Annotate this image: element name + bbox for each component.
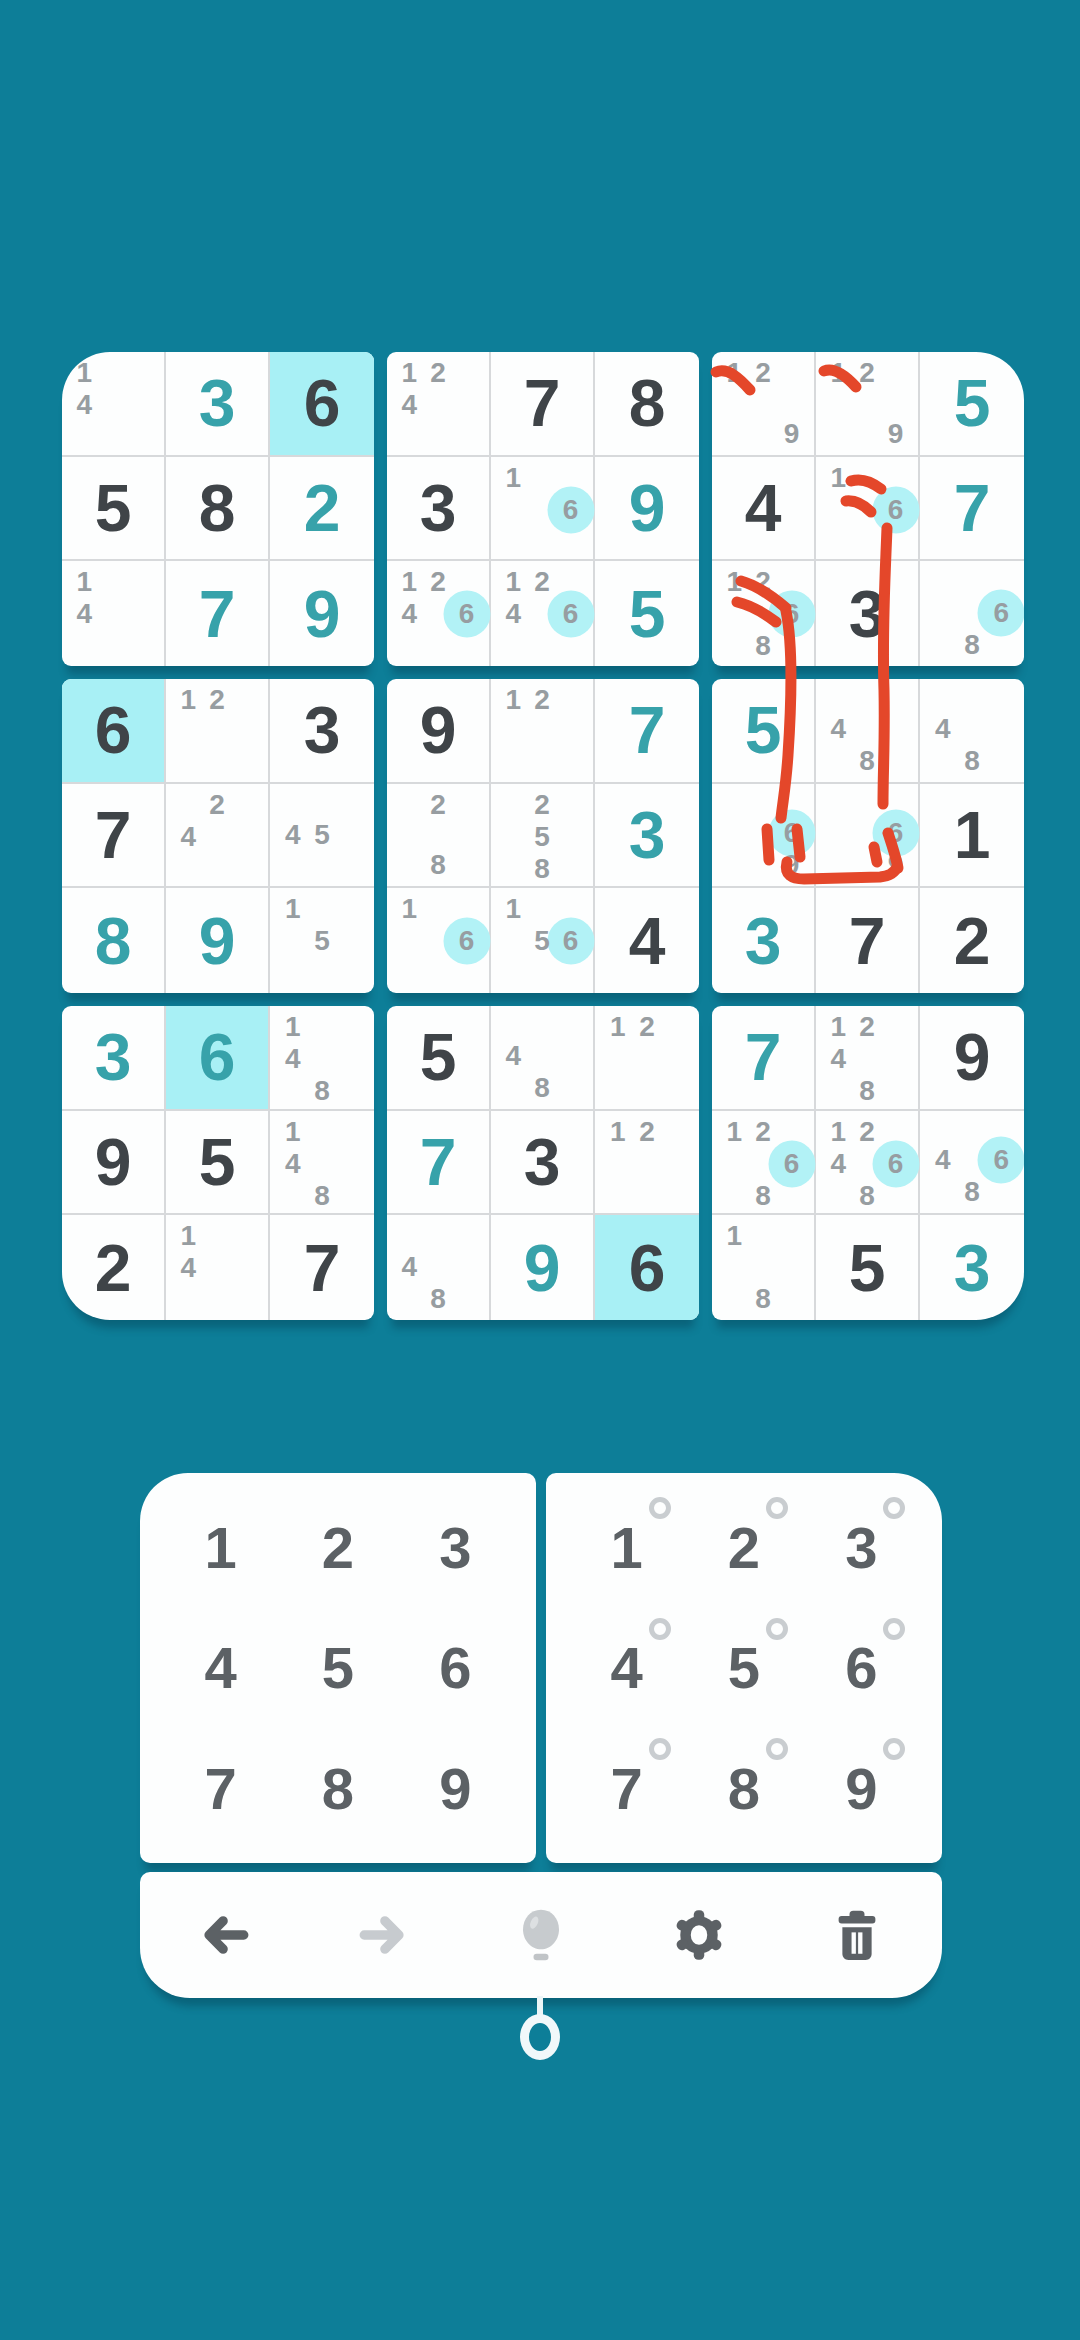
pad-digit-label: 7 bbox=[205, 1755, 237, 1822]
pencil-4: 4 bbox=[824, 713, 853, 745]
cell-r8c5[interactable]: 3 bbox=[491, 1111, 595, 1216]
digit-2-button[interactable]: 2 bbox=[279, 1487, 396, 1608]
cell-r2c4[interactable]: 3 bbox=[387, 457, 491, 562]
pencil-1: 1 bbox=[720, 566, 749, 598]
given-digit: 8 bbox=[199, 475, 236, 541]
cell-r8c6[interactable]: 12 bbox=[595, 1111, 699, 1216]
pencil-marks: 129 bbox=[824, 357, 910, 450]
undo-button[interactable] bbox=[192, 1902, 258, 1968]
cell-r2c9[interactable]: 7 bbox=[920, 457, 1024, 562]
cell-r4c3[interactable]: 3 bbox=[270, 679, 374, 784]
cell-r3c5[interactable]: 1246 bbox=[491, 561, 595, 666]
user-digit: 9 bbox=[304, 581, 341, 647]
given-digit: 4 bbox=[629, 908, 666, 974]
user-digit: 5 bbox=[745, 697, 782, 763]
pencil-1: 1 bbox=[499, 566, 528, 598]
pencil-6-highlighted: 6 bbox=[556, 598, 585, 630]
pencil-1: 1 bbox=[824, 1011, 853, 1043]
user-digit: 5 bbox=[954, 370, 991, 436]
given-digit: 6 bbox=[95, 697, 132, 763]
given-digit: 3 bbox=[420, 475, 457, 541]
pencil-marks: 15 bbox=[278, 893, 366, 988]
pencil-1: 1 bbox=[720, 357, 749, 389]
box-8: 5481273124896 bbox=[387, 1006, 699, 1320]
pad-digit-label: 5 bbox=[322, 1634, 354, 1701]
cell-r9c7[interactable]: 18 bbox=[712, 1215, 816, 1320]
pencil-6-highlighted: 6 bbox=[452, 925, 481, 957]
user-digit: 9 bbox=[524, 1235, 561, 1301]
pencil-4: 4 bbox=[278, 1148, 307, 1180]
cell-r1c2[interactable]: 3 bbox=[166, 352, 270, 457]
cell-r2c3[interactable]: 2 bbox=[270, 457, 374, 562]
given-digit: 9 bbox=[420, 697, 457, 763]
pencil-marks: 14 bbox=[70, 566, 156, 661]
digit-6-button[interactable]: 6 bbox=[397, 1608, 514, 1729]
pencil-1: 1 bbox=[278, 1116, 307, 1148]
cell-r7c8[interactable]: 1248 bbox=[816, 1006, 920, 1111]
cell-r5c2[interactable]: 24 bbox=[166, 784, 270, 889]
pad-digit-label: 1 bbox=[205, 1514, 237, 1581]
cell-r3c3[interactable]: 9 bbox=[270, 561, 374, 666]
user-digit: 3 bbox=[954, 1235, 991, 1301]
pencil-8: 8 bbox=[749, 1283, 778, 1315]
given-digit: 4 bbox=[745, 475, 782, 541]
cell-r4c8[interactable]: 48 bbox=[816, 679, 920, 784]
note-8-button[interactable]: 8 bbox=[685, 1728, 802, 1849]
pencil-6-highlighted: 6 bbox=[452, 598, 481, 630]
pencil-2: 2 bbox=[424, 357, 453, 389]
note-3-button[interactable]: 3 bbox=[803, 1487, 920, 1608]
pencil-marks: 48 bbox=[824, 684, 910, 777]
hint-button[interactable] bbox=[508, 1902, 574, 1968]
cell-r2c2[interactable]: 8 bbox=[166, 457, 270, 562]
cell-r9c6[interactable]: 6 bbox=[595, 1215, 699, 1320]
pencil-8: 8 bbox=[957, 1176, 986, 1208]
note-6-button[interactable]: 6 bbox=[803, 1608, 920, 1729]
pencil-8: 8 bbox=[749, 1180, 778, 1212]
cell-r8c3[interactable]: 148 bbox=[270, 1111, 374, 1216]
pencil-marks: 1246 bbox=[499, 566, 585, 661]
pencil-2: 2 bbox=[528, 789, 557, 821]
user-digit: 3 bbox=[199, 370, 236, 436]
pencil-marks: 129 bbox=[720, 357, 806, 450]
pencil-marks: 28 bbox=[395, 789, 481, 882]
pad-digit-label: 9 bbox=[439, 1755, 471, 1822]
given-digit: 1 bbox=[954, 802, 991, 868]
given-digit: 6 bbox=[629, 1235, 666, 1301]
cell-r4c5[interactable]: 12 bbox=[491, 679, 595, 784]
pencil-4: 4 bbox=[928, 713, 957, 745]
pencil-marks: 1246 bbox=[395, 566, 481, 661]
pad-digit-label: 1 bbox=[611, 1514, 643, 1581]
pencil-marks: 16 bbox=[499, 462, 585, 555]
pencil-4: 4 bbox=[928, 1144, 957, 1176]
pencil-4: 4 bbox=[395, 598, 424, 630]
pad-digit-label: 8 bbox=[728, 1755, 760, 1822]
pencil-6-highlighted: 6 bbox=[777, 1148, 806, 1180]
given-digit: 3 bbox=[304, 697, 341, 763]
given-digit: 6 bbox=[304, 370, 341, 436]
box-9: 7124891268124684681853 bbox=[712, 1006, 1024, 1320]
pencil-marks: 16 bbox=[824, 462, 910, 555]
given-digit: 2 bbox=[954, 908, 991, 974]
cell-r5c3[interactable]: 45 bbox=[270, 784, 374, 889]
pencil-1: 1 bbox=[174, 1220, 203, 1252]
note-ring-icon bbox=[883, 1738, 905, 1760]
box-5: 9127282583161564 bbox=[387, 679, 699, 993]
pencil-marks: 14 bbox=[70, 357, 156, 450]
pencil-9: 9 bbox=[881, 849, 910, 881]
user-digit: 3 bbox=[95, 1024, 132, 1090]
pencil-8: 8 bbox=[307, 1180, 336, 1212]
box-4: 6123724458915 bbox=[62, 679, 374, 993]
cell-r3c7[interactable]: 1268 bbox=[712, 561, 816, 666]
note-ring-icon bbox=[649, 1497, 671, 1519]
pencil-4: 4 bbox=[824, 1043, 853, 1075]
cell-r6c5[interactable]: 156 bbox=[491, 888, 595, 993]
cell-r5c5[interactable]: 258 bbox=[491, 784, 595, 889]
cell-r9c5[interactable]: 9 bbox=[491, 1215, 595, 1320]
pencil-marks: 156 bbox=[499, 893, 585, 988]
given-digit: 8 bbox=[629, 370, 666, 436]
pencil-2: 2 bbox=[424, 789, 453, 821]
cell-r6c7[interactable]: 3 bbox=[712, 888, 816, 993]
pencil-9: 9 bbox=[881, 418, 910, 450]
pencil-2: 2 bbox=[528, 684, 557, 716]
pencil-6-highlighted: 6 bbox=[777, 598, 806, 630]
pencil-6-highlighted: 6 bbox=[556, 925, 585, 957]
cell-r6c2[interactable]: 9 bbox=[166, 888, 270, 993]
pad-digit-label: 4 bbox=[611, 1634, 643, 1701]
cell-r2c7[interactable]: 4 bbox=[712, 457, 816, 562]
pencil-marks: 48 bbox=[928, 684, 1016, 777]
cell-r5c4[interactable]: 28 bbox=[387, 784, 491, 889]
user-digit: 9 bbox=[199, 908, 236, 974]
pad-digit-label: 3 bbox=[439, 1514, 471, 1581]
pencil-2: 2 bbox=[853, 357, 882, 389]
given-digit: 7 bbox=[524, 370, 561, 436]
cell-r8c8[interactable]: 12468 bbox=[816, 1111, 920, 1216]
pencil-2: 2 bbox=[424, 566, 453, 598]
cell-r5c8[interactable]: 69 bbox=[816, 784, 920, 889]
pencil-marks: 45 bbox=[278, 789, 366, 882]
note-ring-icon bbox=[766, 1497, 788, 1519]
cell-r1c5[interactable]: 7 bbox=[491, 352, 595, 457]
user-digit: 7 bbox=[954, 475, 991, 541]
digit-5-button[interactable]: 5 bbox=[279, 1608, 396, 1729]
note-ring-icon bbox=[649, 1738, 671, 1760]
sudoku-app-screen: 1436582147912478316912461246512912954167… bbox=[0, 0, 1080, 2340]
cell-r2c8[interactable]: 16 bbox=[816, 457, 920, 562]
pencil-9: 9 bbox=[777, 849, 806, 881]
given-digit: 7 bbox=[95, 802, 132, 868]
digit-9-button[interactable]: 9 bbox=[397, 1728, 514, 1849]
pencil-4: 4 bbox=[278, 819, 307, 851]
pencil-marks: 1268 bbox=[720, 1116, 806, 1209]
pencil-6-highlighted: 6 bbox=[556, 494, 585, 526]
cell-r1c8[interactable]: 129 bbox=[816, 352, 920, 457]
pencil-8: 8 bbox=[424, 849, 453, 881]
given-digit: 5 bbox=[199, 1129, 236, 1195]
cell-r9c4[interactable]: 48 bbox=[387, 1215, 491, 1320]
pad-digit-label: 4 bbox=[205, 1634, 237, 1701]
given-digit: 3 bbox=[849, 581, 886, 647]
forward-arrow-icon bbox=[353, 1905, 413, 1965]
pencil-1: 1 bbox=[603, 1011, 632, 1043]
cell-r9c2[interactable]: 14 bbox=[166, 1215, 270, 1320]
cell-r7c6[interactable]: 12 bbox=[595, 1006, 699, 1111]
cell-r4c7[interactable]: 5 bbox=[712, 679, 816, 784]
cell-r7c1[interactable]: 3 bbox=[62, 1006, 166, 1111]
pencil-5: 5 bbox=[307, 925, 336, 957]
cell-r7c3[interactable]: 148 bbox=[270, 1006, 374, 1111]
pencil-6-highlighted: 6 bbox=[987, 1144, 1016, 1176]
cell-r3c8[interactable]: 3 bbox=[816, 561, 920, 666]
pencil-2: 2 bbox=[203, 789, 232, 821]
pencil-6-highlighted: 6 bbox=[881, 494, 910, 526]
pad-digit-label: 3 bbox=[845, 1514, 877, 1581]
cell-r3c9[interactable]: 68 bbox=[920, 561, 1024, 666]
pad-digit-label: 6 bbox=[845, 1634, 877, 1701]
pencil-marks: 24 bbox=[174, 789, 260, 882]
note-2-button[interactable]: 2 bbox=[685, 1487, 802, 1608]
cell-r7c5[interactable]: 48 bbox=[491, 1006, 595, 1111]
note-ring-icon bbox=[883, 1497, 905, 1519]
pencil-1: 1 bbox=[395, 893, 424, 925]
lightbulb-icon bbox=[511, 1905, 571, 1965]
pencil-marks: 12 bbox=[603, 1011, 691, 1104]
pencil-8: 8 bbox=[749, 630, 778, 662]
cell-r7c7[interactable]: 7 bbox=[712, 1006, 816, 1111]
digit-3-button[interactable]: 3 bbox=[397, 1487, 514, 1608]
pencil-6-highlighted: 6 bbox=[881, 817, 910, 849]
cell-r2c1[interactable]: 5 bbox=[62, 457, 166, 562]
cell-r6c6[interactable]: 4 bbox=[595, 888, 699, 993]
given-digit: 7 bbox=[849, 908, 886, 974]
pencil-1: 1 bbox=[278, 893, 307, 925]
cell-r9c8[interactable]: 5 bbox=[816, 1215, 920, 1320]
pencil-1: 1 bbox=[499, 684, 528, 716]
pencil-1: 1 bbox=[70, 566, 99, 598]
pencil-marks: 1268 bbox=[720, 566, 806, 661]
cell-r1c6[interactable]: 8 bbox=[595, 352, 699, 457]
pencil-marks: 1248 bbox=[824, 1011, 910, 1104]
box-1: 14365821479 bbox=[62, 352, 374, 666]
cell-r4c1[interactable]: 6 bbox=[62, 679, 166, 784]
cell-r9c3[interactable]: 7 bbox=[270, 1215, 374, 1320]
pencil-marks: 12468 bbox=[824, 1116, 910, 1209]
cell-r4c4[interactable]: 9 bbox=[387, 679, 491, 784]
delete-button[interactable] bbox=[824, 1902, 890, 1968]
pencil-4: 4 bbox=[499, 1040, 528, 1072]
cell-r8c9[interactable]: 468 bbox=[920, 1111, 1024, 1216]
box-7: 36148951482147 bbox=[62, 1006, 374, 1320]
cell-r5c7[interactable]: 69 bbox=[712, 784, 816, 889]
pencil-8: 8 bbox=[424, 1283, 453, 1315]
cell-r8c4[interactable]: 7 bbox=[387, 1111, 491, 1216]
pencil-1: 1 bbox=[174, 684, 203, 716]
pencil-marks: 48 bbox=[395, 1220, 481, 1315]
pencil-marks: 16 bbox=[395, 893, 481, 988]
digit-1-button[interactable]: 1 bbox=[162, 1487, 279, 1608]
pencil-4: 4 bbox=[499, 598, 528, 630]
user-digit: 7 bbox=[745, 1024, 782, 1090]
pencil-1: 1 bbox=[395, 357, 424, 389]
pencil-marks: 12 bbox=[499, 684, 585, 777]
digit-4-button[interactable]: 4 bbox=[162, 1608, 279, 1729]
cell-r3c1[interactable]: 14 bbox=[62, 561, 166, 666]
gear-icon bbox=[669, 1905, 729, 1965]
pencil-marks: 69 bbox=[720, 789, 806, 882]
given-digit: 9 bbox=[954, 1024, 991, 1090]
cell-r9c1[interactable]: 2 bbox=[62, 1215, 166, 1320]
cell-r5c6[interactable]: 3 bbox=[595, 784, 699, 889]
cell-r8c1[interactable]: 9 bbox=[62, 1111, 166, 1216]
note-ring-icon bbox=[766, 1618, 788, 1640]
pencil-4: 4 bbox=[395, 1251, 424, 1283]
pencil-4: 4 bbox=[824, 1148, 853, 1180]
cell-r4c2[interactable]: 12 bbox=[166, 679, 270, 784]
numpad-normal: 123456789 bbox=[140, 1473, 536, 1863]
cell-r8c2[interactable]: 5 bbox=[166, 1111, 270, 1216]
pencil-1: 1 bbox=[278, 1011, 307, 1043]
back-arrow-icon bbox=[195, 1905, 255, 1965]
drag-handle[interactable] bbox=[520, 2014, 560, 2060]
pencil-marks: 258 bbox=[499, 789, 585, 882]
cell-r6c3[interactable]: 15 bbox=[270, 888, 374, 993]
settings-button[interactable] bbox=[666, 1902, 732, 1968]
cell-r6c4[interactable]: 16 bbox=[387, 888, 491, 993]
cell-r5c1[interactable]: 7 bbox=[62, 784, 166, 889]
pencil-4: 4 bbox=[174, 821, 203, 853]
note-ring-icon bbox=[766, 1738, 788, 1760]
pencil-1: 1 bbox=[824, 462, 853, 494]
pencil-marks: 468 bbox=[928, 1116, 1016, 1209]
cell-r7c2[interactable]: 6 bbox=[166, 1006, 270, 1111]
pencil-8: 8 bbox=[957, 745, 986, 777]
pencil-marks: 12 bbox=[174, 684, 260, 777]
cell-r2c6[interactable]: 9 bbox=[595, 457, 699, 562]
user-digit: 3 bbox=[745, 908, 782, 974]
cell-r8c7[interactable]: 1268 bbox=[712, 1111, 816, 1216]
note-5-button[interactable]: 5 bbox=[685, 1608, 802, 1729]
note-ring-icon bbox=[883, 1618, 905, 1640]
cell-r6c8[interactable]: 7 bbox=[816, 888, 920, 993]
cell-r1c9[interactable]: 5 bbox=[920, 352, 1024, 457]
pencil-marks: 124 bbox=[395, 357, 481, 450]
cell-r6c1[interactable]: 8 bbox=[62, 888, 166, 993]
cell-r7c4[interactable]: 5 bbox=[387, 1006, 491, 1111]
cell-r9c9[interactable]: 3 bbox=[920, 1215, 1024, 1320]
pencil-marks: 14 bbox=[174, 1220, 260, 1315]
cell-r5c9[interactable]: 1 bbox=[920, 784, 1024, 889]
pencil-2: 2 bbox=[749, 357, 778, 389]
pencil-1: 1 bbox=[824, 357, 853, 389]
pencil-1: 1 bbox=[720, 1116, 749, 1148]
pencil-2: 2 bbox=[632, 1116, 661, 1148]
pencil-2: 2 bbox=[853, 1116, 882, 1148]
pencil-4: 4 bbox=[278, 1043, 307, 1075]
pencil-8: 8 bbox=[307, 1075, 336, 1107]
cell-r1c7[interactable]: 129 bbox=[712, 352, 816, 457]
pencil-2: 2 bbox=[853, 1011, 882, 1043]
pencil-9: 9 bbox=[777, 418, 806, 450]
user-digit: 8 bbox=[95, 908, 132, 974]
pencil-marks: 148 bbox=[278, 1116, 366, 1209]
pencil-marks: 69 bbox=[824, 789, 910, 882]
pencil-2: 2 bbox=[528, 566, 557, 598]
pencil-marks: 48 bbox=[499, 1011, 585, 1104]
cell-r4c9[interactable]: 48 bbox=[920, 679, 1024, 784]
note-7-button[interactable]: 7 bbox=[568, 1728, 685, 1849]
given-digit: 3 bbox=[524, 1129, 561, 1195]
toolbar bbox=[140, 1872, 942, 1998]
cell-r1c3[interactable]: 6 bbox=[270, 352, 374, 457]
cell-r7c9[interactable]: 9 bbox=[920, 1006, 1024, 1111]
pad-digit-label: 7 bbox=[611, 1755, 643, 1822]
digit-7-button[interactable]: 7 bbox=[162, 1728, 279, 1849]
pencil-2: 2 bbox=[749, 1116, 778, 1148]
given-digit: 5 bbox=[95, 475, 132, 541]
pencil-8: 8 bbox=[528, 1072, 557, 1104]
pencil-2: 2 bbox=[203, 684, 232, 716]
pencil-1: 1 bbox=[603, 1116, 632, 1148]
pencil-4: 4 bbox=[395, 389, 424, 421]
note-4-button[interactable]: 4 bbox=[568, 1608, 685, 1729]
pad-digit-label: 5 bbox=[728, 1634, 760, 1701]
pad-digit-label: 2 bbox=[728, 1514, 760, 1581]
pad-digit-label: 6 bbox=[439, 1634, 471, 1701]
pad-digit-label: 2 bbox=[322, 1514, 354, 1581]
note-1-button[interactable]: 1 bbox=[568, 1487, 685, 1608]
cell-r3c4[interactable]: 1246 bbox=[387, 561, 491, 666]
given-digit: 5 bbox=[420, 1024, 457, 1090]
pencil-8: 8 bbox=[528, 853, 557, 885]
sudoku-board: 1436582147912478316912461246512912954167… bbox=[62, 352, 1024, 1320]
cell-r1c1[interactable]: 14 bbox=[62, 352, 166, 457]
pencil-1: 1 bbox=[395, 566, 424, 598]
pencil-2: 2 bbox=[632, 1011, 661, 1043]
user-digit: 2 bbox=[304, 475, 341, 541]
pad-digit-label: 8 bbox=[322, 1755, 354, 1822]
note-ring-icon bbox=[649, 1618, 671, 1640]
box-2: 124783169124612465 bbox=[387, 352, 699, 666]
pencil-marks: 12 bbox=[603, 1116, 691, 1209]
user-digit: 7 bbox=[629, 697, 666, 763]
pencil-5: 5 bbox=[528, 821, 557, 853]
cell-r1c4[interactable]: 124 bbox=[387, 352, 491, 457]
box-3: 129129541671268368 bbox=[712, 352, 1024, 666]
trash-icon bbox=[827, 1905, 887, 1965]
pencil-1: 1 bbox=[70, 357, 99, 389]
user-digit: 7 bbox=[420, 1129, 457, 1195]
cell-r4c6[interactable]: 7 bbox=[595, 679, 699, 784]
cell-r3c2[interactable]: 7 bbox=[166, 561, 270, 666]
given-digit: 7 bbox=[304, 1235, 341, 1301]
pencil-5: 5 bbox=[307, 819, 336, 851]
redo-button[interactable] bbox=[350, 1902, 416, 1968]
pencil-4: 4 bbox=[70, 598, 99, 630]
cell-r2c5[interactable]: 16 bbox=[491, 457, 595, 562]
digit-8-button[interactable]: 8 bbox=[279, 1728, 396, 1849]
given-digit: 9 bbox=[95, 1129, 132, 1195]
note-9-button[interactable]: 9 bbox=[803, 1728, 920, 1849]
cell-r6c9[interactable]: 2 bbox=[920, 888, 1024, 993]
user-digit: 9 bbox=[629, 475, 666, 541]
cell-r3c6[interactable]: 5 bbox=[595, 561, 699, 666]
pencil-8: 8 bbox=[957, 629, 986, 661]
pencil-marks: 18 bbox=[720, 1220, 806, 1315]
